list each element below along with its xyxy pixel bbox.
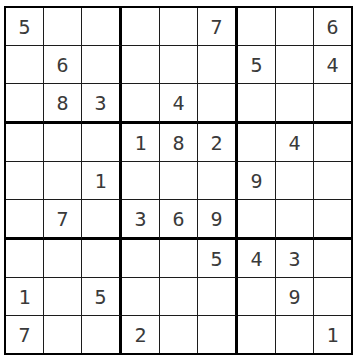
cell-r5c5-empty[interactable] [160, 162, 198, 200]
cell-r7c6-given[interactable]: 5 [198, 240, 238, 278]
cell-r7c2-empty[interactable] [44, 240, 82, 278]
cell-r5c3-given[interactable]: 1 [82, 162, 122, 200]
cell-r2c2-given[interactable]: 6 [44, 46, 82, 84]
cell-r3c9-empty[interactable] [314, 84, 351, 124]
cell-r5c8-empty[interactable] [276, 162, 314, 200]
cell-r6c6-given[interactable]: 9 [198, 200, 238, 240]
cell-r3c2-given[interactable]: 8 [44, 84, 82, 124]
cell-r5c2-empty[interactable] [44, 162, 82, 200]
cell-r8c9-empty[interactable] [314, 278, 351, 316]
cell-r4c1-empty[interactable] [6, 124, 44, 162]
cell-r9c4-given[interactable]: 2 [122, 316, 160, 353]
cell-r3c1-empty[interactable] [6, 84, 44, 124]
cell-r5c9-empty[interactable] [314, 162, 351, 200]
cell-r8c1-given[interactable]: 1 [6, 278, 44, 316]
cell-r1c4-empty[interactable] [122, 8, 160, 46]
cell-r8c3-given[interactable]: 5 [82, 278, 122, 316]
cell-r7c4-empty[interactable] [122, 240, 160, 278]
cell-r3c7-empty[interactable] [238, 84, 276, 124]
cell-r3c6-empty[interactable] [198, 84, 238, 124]
cell-r6c3-empty[interactable] [82, 200, 122, 240]
cell-r3c8-empty[interactable] [276, 84, 314, 124]
cell-r5c1-empty[interactable] [6, 162, 44, 200]
cell-r5c7-given[interactable]: 9 [238, 162, 276, 200]
cell-r7c3-empty[interactable] [82, 240, 122, 278]
cell-r4c2-empty[interactable] [44, 124, 82, 162]
cell-r4c6-given[interactable]: 2 [198, 124, 238, 162]
cell-r6c1-empty[interactable] [6, 200, 44, 240]
cell-r8c5-empty[interactable] [160, 278, 198, 316]
cell-r3c3-given[interactable]: 3 [82, 84, 122, 124]
cell-r8c7-empty[interactable] [238, 278, 276, 316]
sudoku-board: 5766548341824197369543159721 [4, 6, 353, 355]
cell-r1c7-empty[interactable] [238, 8, 276, 46]
cell-r6c9-empty[interactable] [314, 200, 351, 240]
cell-r6c8-empty[interactable] [276, 200, 314, 240]
cell-r2c5-empty[interactable] [160, 46, 198, 84]
cell-r6c2-given[interactable]: 7 [44, 200, 82, 240]
cell-r7c9-empty[interactable] [314, 240, 351, 278]
cell-r9c1-given[interactable]: 7 [6, 316, 44, 353]
cell-r2c4-empty[interactable] [122, 46, 160, 84]
cell-r9c6-empty[interactable] [198, 316, 238, 353]
cell-r3c4-empty[interactable] [122, 84, 160, 124]
cell-r4c8-given[interactable]: 4 [276, 124, 314, 162]
cell-r2c7-given[interactable]: 5 [238, 46, 276, 84]
cell-r7c5-empty[interactable] [160, 240, 198, 278]
cell-r7c8-given[interactable]: 3 [276, 240, 314, 278]
cell-r9c2-empty[interactable] [44, 316, 82, 353]
cell-r9c3-empty[interactable] [82, 316, 122, 353]
cell-r9c5-empty[interactable] [160, 316, 198, 353]
cell-r1c3-empty[interactable] [82, 8, 122, 46]
cell-r3c5-given[interactable]: 4 [160, 84, 198, 124]
cell-r2c1-empty[interactable] [6, 46, 44, 84]
page-background: 5766548341824197369543159721 [0, 0, 358, 355]
cell-r1c8-empty[interactable] [276, 8, 314, 46]
cell-r2c9-given[interactable]: 4 [314, 46, 351, 84]
cell-r1c5-empty[interactable] [160, 8, 198, 46]
cell-r2c3-empty[interactable] [82, 46, 122, 84]
cell-r8c4-empty[interactable] [122, 278, 160, 316]
cell-r2c6-empty[interactable] [198, 46, 238, 84]
cell-r4c5-given[interactable]: 8 [160, 124, 198, 162]
cell-r4c7-empty[interactable] [238, 124, 276, 162]
cell-r6c5-given[interactable]: 6 [160, 200, 198, 240]
cell-r9c9-given[interactable]: 1 [314, 316, 351, 353]
cell-r6c7-empty[interactable] [238, 200, 276, 240]
cell-r8c8-given[interactable]: 9 [276, 278, 314, 316]
cell-r4c4-given[interactable]: 1 [122, 124, 160, 162]
cell-r1c6-given[interactable]: 7 [198, 8, 238, 46]
cell-r4c3-empty[interactable] [82, 124, 122, 162]
cell-r8c2-empty[interactable] [44, 278, 82, 316]
cell-r7c1-empty[interactable] [6, 240, 44, 278]
cell-r7c7-given[interactable]: 4 [238, 240, 276, 278]
cell-r2c8-empty[interactable] [276, 46, 314, 84]
cell-r1c9-given[interactable]: 6 [314, 8, 351, 46]
cell-r9c7-empty[interactable] [238, 316, 276, 353]
cell-r9c8-empty[interactable] [276, 316, 314, 353]
cell-r4c9-empty[interactable] [314, 124, 351, 162]
cell-r5c4-empty[interactable] [122, 162, 160, 200]
cell-r1c2-empty[interactable] [44, 8, 82, 46]
cell-r5c6-empty[interactable] [198, 162, 238, 200]
cell-r8c6-empty[interactable] [198, 278, 238, 316]
cell-r6c4-given[interactable]: 3 [122, 200, 160, 240]
cell-r1c1-given[interactable]: 5 [6, 8, 44, 46]
